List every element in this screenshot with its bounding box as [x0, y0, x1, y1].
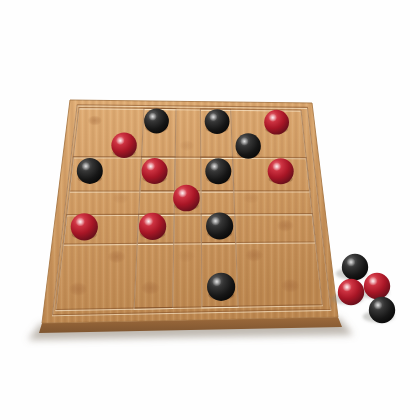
marble-black-C3[interactable]: [205, 158, 231, 184]
marble-black-E3[interactable]: [206, 212, 233, 239]
marble-red-D2[interactable]: [173, 185, 200, 212]
marble-highlight: [209, 113, 217, 121]
marble-highlight: [212, 277, 222, 287]
pit-G1[interactable]: [69, 282, 88, 296]
marble-sphere: [342, 254, 368, 280]
marble-red-E2[interactable]: [139, 213, 166, 240]
pit-D1[interactable]: [112, 192, 129, 204]
marble-sphere: [338, 279, 364, 305]
marble-sphere: [264, 110, 289, 135]
marble-sphere: [142, 158, 168, 184]
pit-F2[interactable]: [177, 249, 195, 263]
pit-E4[interactable]: [276, 219, 294, 232]
pit-F3[interactable]: [245, 248, 263, 262]
pit-F1[interactable]: [107, 250, 125, 264]
pit-G2[interactable]: [141, 281, 160, 295]
marble-red-tray-3[interactable]: [332, 279, 364, 305]
marble-red-C2[interactable]: [142, 158, 168, 184]
marble-black-B3[interactable]: [236, 133, 261, 158]
marble-highlight: [76, 217, 85, 226]
marble-sphere: [206, 212, 233, 239]
marble-sphere: [364, 273, 390, 299]
marble-black-tray-4[interactable]: [363, 297, 395, 323]
marble-black-C1[interactable]: [77, 158, 103, 184]
marble-red-E1[interactable]: [71, 213, 98, 240]
marble-highlight: [240, 137, 249, 146]
marble-highlight: [343, 283, 352, 292]
marble-highlight: [146, 162, 155, 171]
marble-sphere: [207, 273, 235, 301]
marble-sphere: [173, 185, 200, 212]
marble-sphere: [111, 133, 136, 158]
marble-sphere: [369, 297, 395, 323]
marble-sphere: [77, 158, 103, 184]
marble-sphere: [71, 213, 98, 240]
pit-G4[interactable]: [281, 279, 300, 293]
board-game-photo: [0, 0, 420, 420]
marble-sphere: [236, 133, 261, 158]
marble-highlight: [210, 162, 219, 171]
marble-highlight: [116, 136, 125, 145]
marble-highlight: [369, 277, 378, 286]
pit-B2[interactable]: [179, 140, 194, 151]
marble-black-A3[interactable]: [205, 109, 230, 134]
marble-black-G3[interactable]: [207, 273, 235, 301]
marble-highlight: [272, 162, 281, 171]
marble-sphere: [268, 158, 294, 184]
marble-red-C4[interactable]: [268, 158, 294, 184]
marble-sphere: [205, 109, 230, 134]
marble-sphere: [144, 109, 169, 134]
marble-red-A4[interactable]: [264, 110, 289, 135]
marble-highlight: [82, 162, 91, 171]
marble-highlight: [347, 258, 356, 267]
marble-black-tray-1[interactable]: [336, 254, 368, 280]
marble-sphere: [139, 213, 166, 240]
marble-black-A2[interactable]: [144, 109, 169, 134]
marble-highlight: [269, 114, 277, 122]
pit-D3[interactable]: [243, 192, 260, 204]
marble-highlight: [144, 217, 153, 226]
board-photo-svg: [0, 0, 420, 420]
marble-red-B1[interactable]: [111, 133, 136, 158]
marble-highlight: [374, 301, 383, 310]
marble-sphere: [205, 158, 231, 184]
marble-highlight: [149, 112, 157, 120]
pit-A1[interactable]: [88, 115, 103, 126]
marble-highlight: [178, 189, 187, 198]
marble-highlight: [211, 217, 220, 226]
